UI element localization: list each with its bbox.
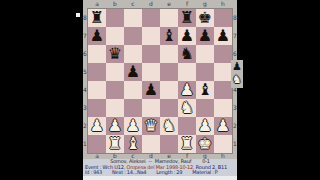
stat-next: Next :14...Na4 xyxy=(112,170,147,176)
stat-label: Material : xyxy=(192,169,214,175)
square-f7[interactable]: ♟ xyxy=(178,27,196,45)
rank-label-3: 3 xyxy=(233,99,237,117)
chess-board[interactable]: ♜♜♚♟♝♟♟♟♛♞♟♟♟♝♞♟♟♟♛♞♟♟♜♝♜♚ xyxy=(87,8,233,154)
square-b4[interactable] xyxy=(106,81,124,99)
square-h6[interactable] xyxy=(214,45,232,63)
square-c7[interactable] xyxy=(124,27,142,45)
file-label-a: a xyxy=(88,0,106,8)
square-a1[interactable] xyxy=(88,135,106,153)
square-c3[interactable] xyxy=(124,99,142,117)
piece-black-pawn[interactable]: ♟ xyxy=(88,27,106,45)
piece-white-bishop[interactable]: ♝ xyxy=(124,135,142,153)
square-a2[interactable]: ♟ xyxy=(88,117,106,135)
black-to-move-indicator xyxy=(76,13,80,17)
square-h1[interactable] xyxy=(214,135,232,153)
square-f8[interactable]: ♜ xyxy=(178,9,196,27)
rank-label-7: 7 xyxy=(233,27,237,45)
bottom-strip xyxy=(83,176,237,180)
square-h8[interactable] xyxy=(214,9,232,27)
stat-label: Id : xyxy=(85,169,92,175)
square-g6[interactable] xyxy=(196,45,214,63)
piece-black-knight[interactable]: ♞ xyxy=(178,45,196,63)
square-a3[interactable] xyxy=(88,99,106,117)
stat-value: P xyxy=(215,169,218,175)
piece-white-pawn[interactable]: ♟ xyxy=(124,117,142,135)
square-d2[interactable]: ♛ xyxy=(142,117,160,135)
square-e3[interactable] xyxy=(160,99,178,117)
piece-white-pawn[interactable]: ♟ xyxy=(178,81,196,99)
square-a7[interactable]: ♟ xyxy=(88,27,106,45)
square-g4[interactable]: ♝ xyxy=(196,81,214,99)
piece-black-bishop[interactable]: ♝ xyxy=(196,81,214,99)
square-f3[interactable]: ♞ xyxy=(178,99,196,117)
piece-black-pawn[interactable]: ♟ xyxy=(142,81,160,99)
square-f5[interactable] xyxy=(178,63,196,81)
square-c4[interactable] xyxy=(124,81,142,99)
square-b7[interactable] xyxy=(106,27,124,45)
square-b6[interactable]: ♛ xyxy=(106,45,124,63)
square-g8[interactable]: ♚ xyxy=(196,9,214,27)
piece-white-pawn[interactable]: ♟ xyxy=(106,117,124,135)
square-g2[interactable]: ♟ xyxy=(196,117,214,135)
piece-black-rook[interactable]: ♜ xyxy=(88,9,106,27)
caption-line3: Id :943Next :14...Na4Length :29Material … xyxy=(83,170,237,176)
square-a8[interactable]: ♜ xyxy=(88,9,106,27)
piece-black-queen[interactable]: ♛ xyxy=(106,45,124,63)
square-c5[interactable]: ♟ xyxy=(124,63,142,81)
square-c8[interactable] xyxy=(124,9,142,27)
square-d4[interactable]: ♟ xyxy=(142,81,160,99)
square-b3[interactable] xyxy=(106,99,124,117)
piece-white-king[interactable]: ♚ xyxy=(196,135,214,153)
game-info-panel: Somov, Aleksei -- Mamedov, Rauf 0-1 Even… xyxy=(83,159,237,176)
piece-white-pawn[interactable]: ♟ xyxy=(214,117,232,135)
piece-white-pawn[interactable]: ♟ xyxy=(88,117,106,135)
rank-label-8: 8 xyxy=(233,9,237,27)
square-f2[interactable] xyxy=(178,117,196,135)
stat-material: Material :P xyxy=(192,170,218,176)
file-label-g: g xyxy=(196,0,214,8)
square-d8[interactable] xyxy=(142,9,160,27)
piece-black-pawn[interactable]: ♟ xyxy=(124,63,142,81)
square-h7[interactable]: ♟ xyxy=(214,27,232,45)
square-c2[interactable]: ♟ xyxy=(124,117,142,135)
video-frame: abcdefgh 87654321 87654321 ♜♜♚♟♝♟♟♟♛♞♟♟♟… xyxy=(0,0,320,180)
square-g7[interactable]: ♟ xyxy=(196,27,214,45)
piece-black-king[interactable]: ♚ xyxy=(196,9,214,27)
piece-white-rook[interactable]: ♜ xyxy=(178,135,196,153)
file-label-c: c xyxy=(124,0,142,8)
material-balance-tray: ♟ ♞ xyxy=(231,60,243,88)
rank-label-1: 1 xyxy=(233,135,237,153)
square-c6[interactable] xyxy=(124,45,142,63)
stat-length: Length :29 xyxy=(156,170,183,176)
square-d6[interactable] xyxy=(142,45,160,63)
square-b8[interactable] xyxy=(106,9,124,27)
black-pawn-icon: ♟ xyxy=(232,60,242,73)
piece-black-bishop[interactable]: ♝ xyxy=(160,27,178,45)
square-b5[interactable] xyxy=(106,63,124,81)
piece-white-pawn[interactable]: ♟ xyxy=(196,117,214,135)
file-label-f: f xyxy=(178,0,196,8)
square-b1[interactable]: ♜ xyxy=(106,135,124,153)
square-e6[interactable] xyxy=(160,45,178,63)
piece-black-rook[interactable]: ♜ xyxy=(178,9,196,27)
piece-white-rook[interactable]: ♜ xyxy=(106,135,124,153)
square-d7[interactable] xyxy=(142,27,160,45)
square-e5[interactable] xyxy=(160,63,178,81)
square-g1[interactable]: ♚ xyxy=(196,135,214,153)
square-d5[interactable] xyxy=(142,63,160,81)
square-h2[interactable]: ♟ xyxy=(214,117,232,135)
file-label-d: d xyxy=(142,0,160,8)
file-label-h: h xyxy=(214,0,232,8)
square-e2[interactable]: ♞ xyxy=(160,117,178,135)
file-label-b: b xyxy=(106,0,124,8)
square-g5[interactable] xyxy=(196,63,214,81)
piece-black-pawn[interactable]: ♟ xyxy=(214,27,232,45)
stat-value: 29 xyxy=(176,169,182,175)
square-e8[interactable] xyxy=(160,9,178,27)
stat-id: Id :943 xyxy=(85,170,103,176)
file-labels-top: abcdefgh xyxy=(88,0,232,8)
square-g3[interactable] xyxy=(196,99,214,117)
square-a5[interactable] xyxy=(88,63,106,81)
piece-white-knight[interactable]: ♞ xyxy=(178,99,196,117)
piece-black-pawn[interactable]: ♟ xyxy=(196,27,214,45)
white-knight-icon: ♞ xyxy=(232,73,242,86)
stat-value: 14...Na4 xyxy=(127,169,147,175)
stat-label: Next : xyxy=(112,169,126,175)
stat-value: 943 xyxy=(93,169,102,175)
rank-label-2: 2 xyxy=(233,117,237,135)
square-c1[interactable]: ♝ xyxy=(124,135,142,153)
square-f4[interactable]: ♟ xyxy=(178,81,196,99)
square-h3[interactable] xyxy=(214,99,232,117)
square-d3[interactable] xyxy=(142,99,160,117)
stat-label: Length : xyxy=(156,169,175,175)
piece-white-knight[interactable]: ♞ xyxy=(160,117,178,135)
square-a4[interactable] xyxy=(88,81,106,99)
file-label-e: e xyxy=(160,0,178,8)
square-f6[interactable]: ♞ xyxy=(178,45,196,63)
square-e1[interactable] xyxy=(160,135,178,153)
square-h4[interactable] xyxy=(214,81,232,99)
square-e4[interactable] xyxy=(160,81,178,99)
square-b2[interactable]: ♟ xyxy=(106,117,124,135)
square-e7[interactable]: ♝ xyxy=(160,27,178,45)
square-f1[interactable]: ♜ xyxy=(178,135,196,153)
chess-gui-panel: abcdefgh 87654321 87654321 ♜♜♚♟♝♟♟♟♛♞♟♟♟… xyxy=(83,0,237,180)
square-h5[interactable] xyxy=(214,63,232,81)
piece-white-queen[interactable]: ♛ xyxy=(142,117,160,135)
piece-black-pawn[interactable]: ♟ xyxy=(178,27,196,45)
square-a6[interactable] xyxy=(88,45,106,63)
square-d1[interactable] xyxy=(142,135,160,153)
